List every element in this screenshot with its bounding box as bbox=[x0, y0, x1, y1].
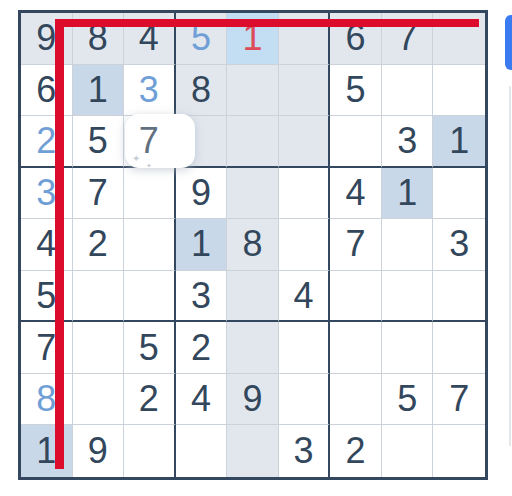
cell-r9c7[interactable]: 2 bbox=[330, 425, 382, 477]
cell-r6c6[interactable]: 4 bbox=[279, 271, 331, 323]
cell-r4c6[interactable] bbox=[279, 168, 331, 220]
sparkle-icon: ✦ bbox=[146, 162, 152, 170]
cell-value: 7 bbox=[139, 123, 159, 159]
cell-value: 8 bbox=[242, 226, 262, 262]
cell-r4c9[interactable] bbox=[433, 168, 485, 220]
cell-value: 4 bbox=[36, 226, 56, 262]
cell-value: 3 bbox=[139, 72, 159, 108]
cell-r8c3[interactable]: 2 bbox=[124, 374, 176, 426]
cell-r7c8[interactable] bbox=[382, 322, 434, 374]
cell-r5c8[interactable] bbox=[382, 219, 434, 271]
cell-r6c4[interactable]: 3 bbox=[176, 271, 228, 323]
cell-r9c8[interactable] bbox=[382, 425, 434, 477]
cell-value: 3 bbox=[191, 278, 211, 314]
cell-r3c2[interactable]: 5 bbox=[73, 116, 125, 168]
cell-r2c2[interactable]: 1 bbox=[73, 65, 125, 117]
annotation-line-top-row bbox=[56, 19, 479, 27]
cell-r8c4[interactable]: 4 bbox=[176, 374, 228, 426]
cell-r6c1[interactable]: 5 bbox=[21, 271, 73, 323]
cell-r3c6[interactable] bbox=[279, 116, 331, 168]
cell-r4c1[interactable]: 3 bbox=[21, 168, 73, 220]
cell-r8c2[interactable] bbox=[73, 374, 125, 426]
cell-r9c1[interactable]: 1 bbox=[21, 425, 73, 477]
cell-r5c1[interactable]: 4 bbox=[21, 219, 73, 271]
side-button-cropped[interactable] bbox=[505, 15, 512, 70]
cell-r4c7[interactable]: 4 bbox=[330, 168, 382, 220]
cell-r6c7[interactable] bbox=[330, 271, 382, 323]
cell-r7c4[interactable]: 2 bbox=[176, 322, 228, 374]
cell-r9c6[interactable]: 3 bbox=[279, 425, 331, 477]
cell-r2c3[interactable]: 3 bbox=[124, 65, 176, 117]
cell-r6c8[interactable] bbox=[382, 271, 434, 323]
cell-r8c6[interactable] bbox=[279, 374, 331, 426]
cell-value: 4 bbox=[191, 381, 211, 417]
cell-r2c4[interactable]: 8 bbox=[176, 65, 228, 117]
cell-value: 9 bbox=[191, 175, 211, 211]
cell-value: 5 bbox=[88, 123, 108, 159]
cell-r7c6[interactable] bbox=[279, 322, 331, 374]
cell-r3c9[interactable]: 1 bbox=[433, 116, 485, 168]
cell-r4c8[interactable]: 1 bbox=[382, 168, 434, 220]
side-panel-edge bbox=[509, 86, 511, 446]
cell-r9c5[interactable] bbox=[227, 425, 279, 477]
cell-value: 4 bbox=[294, 278, 314, 314]
cell-value: 2 bbox=[88, 226, 108, 262]
cell-r5c3[interactable] bbox=[124, 219, 176, 271]
cell-r2c5[interactable] bbox=[227, 65, 279, 117]
cell-value: 2 bbox=[139, 381, 159, 417]
cell-r7c1[interactable]: 7 bbox=[21, 322, 73, 374]
cell-r4c4[interactable]: 9 bbox=[176, 168, 228, 220]
cell-value: 1 bbox=[191, 226, 211, 262]
cell-r7c3[interactable]: 5 bbox=[124, 322, 176, 374]
cell-r5c7[interactable]: 7 bbox=[330, 219, 382, 271]
cell-value: 1 bbox=[36, 433, 56, 469]
cell-r8c1[interactable]: 8 bbox=[21, 374, 73, 426]
cell-r2c6[interactable] bbox=[279, 65, 331, 117]
cell-value: 2 bbox=[346, 433, 366, 469]
cell-value: 8 bbox=[36, 381, 56, 417]
cell-value: 3 bbox=[294, 433, 314, 469]
cell-r6c5[interactable] bbox=[227, 271, 279, 323]
cell-r9c2[interactable]: 9 bbox=[73, 425, 125, 477]
cell-r2c1[interactable]: 6 bbox=[21, 65, 73, 117]
cell-r4c2[interactable]: 7 bbox=[73, 168, 125, 220]
cell-r8c5[interactable]: 9 bbox=[227, 374, 279, 426]
cell-value: 3 bbox=[449, 226, 469, 262]
cell-r2c7[interactable]: 5 bbox=[330, 65, 382, 117]
cell-value: 2 bbox=[191, 330, 211, 366]
cell-r3c5[interactable] bbox=[227, 116, 279, 168]
cell-value: 7 bbox=[346, 226, 366, 262]
cell-value: 7 bbox=[36, 330, 56, 366]
cell-value: 9 bbox=[36, 20, 56, 56]
annotation-line-left-column bbox=[55, 19, 64, 469]
cell-r3c1[interactable]: 2 bbox=[21, 116, 73, 168]
cell-r7c9[interactable] bbox=[433, 322, 485, 374]
cell-r7c7[interactable] bbox=[330, 322, 382, 374]
cell-r6c2[interactable] bbox=[73, 271, 125, 323]
cell-r3c8[interactable]: 3 bbox=[382, 116, 434, 168]
cell-value: 7 bbox=[88, 175, 108, 211]
cell-r5c9[interactable]: 3 bbox=[433, 219, 485, 271]
cell-r5c4[interactable]: 1 bbox=[176, 219, 228, 271]
cell-value: 6 bbox=[36, 72, 56, 108]
cell-value: 3 bbox=[36, 175, 56, 211]
cell-r7c5[interactable] bbox=[227, 322, 279, 374]
sudoku-board: 98451676138525✦✦731379414218735347528249… bbox=[18, 10, 488, 480]
cell-value: 5 bbox=[36, 278, 56, 314]
cell-r6c9[interactable] bbox=[433, 271, 485, 323]
cell-r2c8[interactable] bbox=[382, 65, 434, 117]
cell-r8c9[interactable]: 7 bbox=[433, 374, 485, 426]
cell-r8c7[interactable] bbox=[330, 374, 382, 426]
cell-value: 7 bbox=[449, 381, 469, 417]
cell-value: 1 bbox=[397, 175, 417, 211]
cell-r8c8[interactable]: 5 bbox=[382, 374, 434, 426]
cell-value: 3 bbox=[397, 123, 417, 159]
cell-r4c5[interactable] bbox=[227, 168, 279, 220]
cell-value: 1 bbox=[88, 72, 108, 108]
cell-r4c3[interactable] bbox=[124, 168, 176, 220]
sparkle-icon: ✦ bbox=[132, 153, 140, 164]
cell-r6c3[interactable] bbox=[124, 271, 176, 323]
cell-r5c2[interactable]: 2 bbox=[73, 219, 125, 271]
cell-value: 4 bbox=[346, 175, 366, 211]
cell-r7c2[interactable] bbox=[73, 322, 125, 374]
cell-r5c5[interactable]: 8 bbox=[227, 219, 279, 271]
cell-value: 1 bbox=[449, 123, 469, 159]
cell-r3c7[interactable] bbox=[330, 116, 382, 168]
cell-value: 9 bbox=[242, 381, 262, 417]
cell-r5c6[interactable] bbox=[279, 219, 331, 271]
cell-value: 8 bbox=[191, 72, 211, 108]
cell-value: 2 bbox=[36, 123, 56, 159]
cell-r9c4[interactable] bbox=[176, 425, 228, 477]
cell-r9c3[interactable] bbox=[124, 425, 176, 477]
cell-value: 5 bbox=[397, 381, 417, 417]
cell-r2c9[interactable] bbox=[433, 65, 485, 117]
cell-r9c9[interactable] bbox=[433, 425, 485, 477]
cell-value: 5 bbox=[346, 72, 366, 108]
cell-r3c3[interactable]: ✦✦7 bbox=[124, 116, 176, 168]
cell-value: 5 bbox=[139, 330, 159, 366]
cell-value: 9 bbox=[88, 433, 108, 469]
